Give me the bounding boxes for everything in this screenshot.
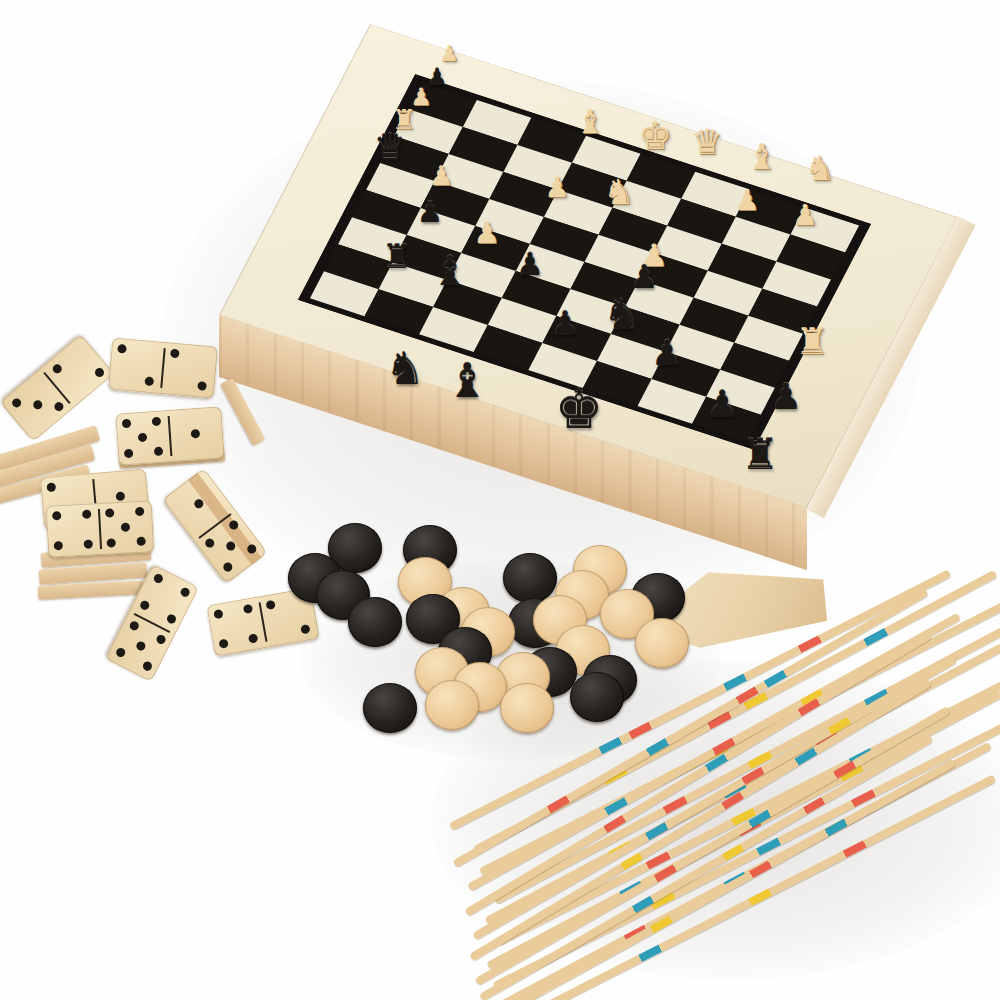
domino-half-2 bbox=[108, 337, 165, 393]
domino-pip bbox=[213, 609, 223, 619]
domino-pip bbox=[300, 624, 310, 634]
domino-pip bbox=[152, 572, 164, 584]
domino-pip bbox=[227, 519, 240, 532]
checker-light[interactable] bbox=[425, 680, 479, 730]
checker-light[interactable] bbox=[635, 618, 689, 668]
chess-piece-white-knight-h8[interactable]: ♞ bbox=[803, 151, 837, 185]
domino-pip bbox=[179, 586, 191, 598]
domino-pip bbox=[105, 508, 114, 517]
domino-2-3 bbox=[0, 334, 114, 442]
domino-pip bbox=[203, 537, 216, 550]
checker-light[interactable] bbox=[500, 683, 554, 733]
domino-pip bbox=[138, 433, 148, 443]
domino-pip bbox=[218, 638, 228, 648]
domino-pip bbox=[93, 366, 106, 379]
checker-dark[interactable] bbox=[363, 683, 417, 733]
chess-piece-white-pawn-c5[interactable]: ♟ bbox=[472, 218, 502, 248]
chess-piece-black-pawn-f3[interactable]: ♟ bbox=[650, 336, 685, 371]
domino-pip bbox=[135, 507, 144, 516]
domino-half-1 bbox=[168, 406, 224, 462]
chess-piece-black-pawn-b4[interactable]: ♟ bbox=[416, 198, 445, 227]
chess-piece-white-rook-h4[interactable]: ♜ bbox=[794, 323, 831, 360]
domino-pip bbox=[191, 429, 201, 439]
domino-pip bbox=[115, 646, 127, 658]
domino-pip bbox=[122, 419, 132, 429]
domino-half-5 bbox=[99, 500, 155, 555]
domino-pip bbox=[139, 599, 151, 611]
domino-pip bbox=[107, 538, 116, 547]
domino-pip bbox=[82, 509, 91, 518]
domino-pip bbox=[46, 482, 56, 492]
domino-pip bbox=[128, 620, 140, 632]
domino-pip bbox=[53, 400, 66, 413]
domino-pip bbox=[141, 660, 153, 672]
chess-piece-white-pawn-b8[interactable]: ♟ bbox=[438, 43, 460, 65]
chess-piece-black-pawn-g2[interactable]: ♟ bbox=[704, 386, 741, 423]
chess-piece-white-pawn-h7[interactable]: ♟ bbox=[791, 201, 820, 230]
chess-piece-white-pawn-b6[interactable]: ♟ bbox=[428, 162, 455, 189]
chess-piece-white-pawn-d6[interactable]: ♟ bbox=[543, 174, 571, 202]
domino-pip bbox=[51, 363, 64, 376]
chess-piece-black-rook-h1[interactable]: ♜ bbox=[739, 434, 781, 476]
chess-piece-black-bishop-b3[interactable]: ♝ bbox=[430, 251, 471, 292]
chess-piece-black-pawn-d3[interactable]: ♟ bbox=[549, 307, 582, 340]
domino-pip bbox=[144, 376, 154, 386]
domino-pip bbox=[154, 447, 164, 457]
chess-piece-white-queen-f8[interactable]: ♛ bbox=[690, 125, 725, 160]
chess-piece-black-pawn-e5[interactable]: ♟ bbox=[628, 261, 660, 293]
domino-pip bbox=[197, 381, 207, 391]
chess-piece-black-knight-e4[interactable]: ♞ bbox=[601, 294, 643, 336]
checker-dark[interactable] bbox=[503, 553, 557, 603]
domino-pip bbox=[84, 539, 93, 548]
domino-pip bbox=[136, 537, 145, 546]
chess-piece-white-knight-e7[interactable]: ♞ bbox=[602, 175, 637, 210]
domino-pip bbox=[243, 604, 253, 614]
chess-piece-black-bishop-c1[interactable]: ♝ bbox=[444, 357, 491, 404]
domino-pip bbox=[152, 417, 162, 427]
domino-pip bbox=[193, 497, 206, 510]
chess-piece-white-pawn-g7[interactable]: ♟ bbox=[733, 187, 761, 215]
chess-piece-black-king-e1[interactable]: ♚ bbox=[552, 383, 606, 437]
domino-pip bbox=[135, 640, 147, 652]
domino-pip bbox=[265, 600, 275, 610]
chess-piece-black-rook-a3[interactable]: ♜ bbox=[381, 240, 414, 273]
domino-pip bbox=[221, 561, 234, 574]
domino-pip bbox=[245, 543, 258, 556]
checker-dark[interactable] bbox=[348, 597, 402, 647]
domino-pip bbox=[31, 398, 44, 411]
game-set-photo: ♟♟♟♜♝♚♛♛♝♞♟♟♞♟♟♟♟♟♜♟♝♟♞♟♜♟♞♝♟♟♚♜ bbox=[0, 0, 1000, 1000]
domino-5-1 bbox=[115, 406, 224, 465]
chess-piece-black-pawn-h3[interactable]: ♟ bbox=[768, 379, 804, 415]
domino-pip bbox=[155, 633, 167, 645]
domino-pip bbox=[170, 349, 180, 359]
domino-half-5 bbox=[115, 410, 171, 466]
domino-pip bbox=[54, 541, 63, 550]
domino-pip bbox=[165, 613, 177, 625]
chess-piece-white-bishop-d8[interactable]: ♝ bbox=[574, 105, 607, 138]
domino-4-5 bbox=[46, 500, 155, 557]
domino-half-2 bbox=[161, 342, 218, 398]
domino-pip bbox=[52, 511, 61, 520]
domino-2-2 bbox=[108, 337, 218, 398]
domino-half-4 bbox=[46, 503, 102, 558]
domino-pip bbox=[224, 540, 237, 553]
domino-pip bbox=[121, 522, 130, 531]
domino-pip bbox=[248, 633, 258, 643]
chess-piece-black-knight-b1[interactable]: ♞ bbox=[383, 347, 427, 391]
chess-piece-black-queen-a5[interactable]: ♛ bbox=[372, 129, 408, 165]
domino-pip bbox=[115, 491, 125, 501]
chess-piece-white-bishop-g8[interactable]: ♝ bbox=[745, 140, 780, 175]
domino-pip bbox=[117, 344, 127, 354]
domino-pip bbox=[124, 449, 134, 459]
chess-piece-black-pawn-d5[interactable]: ♟ bbox=[515, 249, 546, 280]
chess-piece-white-king-e8[interactable]: ♚ bbox=[636, 117, 674, 155]
checker-dark[interactable] bbox=[570, 672, 624, 722]
domino-pip bbox=[10, 397, 23, 410]
